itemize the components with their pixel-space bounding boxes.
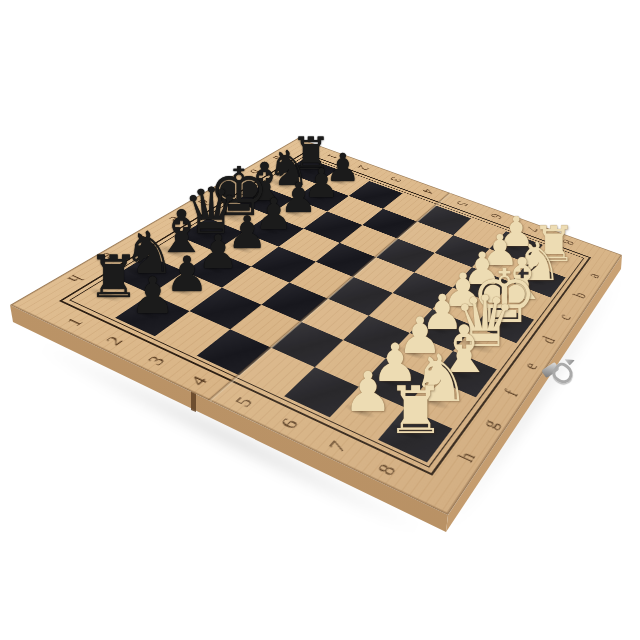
piece-white-rook-h8: ♜: [386, 378, 445, 444]
pieces-layer: ♜♞♝♚♛♝♞♜♟♟♟♟♟♟♟♟♟♟♟♟♟♟♟♟♜♞♝♚♛♝♞♜: [0, 0, 640, 640]
piece-white-pawn-h7: ♟: [343, 365, 392, 420]
folding-wooden-chess-set-photo: 1122334455667788aabbccddeeffgghh ♜♞♝♚♛♝♞…: [0, 0, 640, 640]
piece-black-pawn-h2: ♟: [130, 271, 175, 322]
